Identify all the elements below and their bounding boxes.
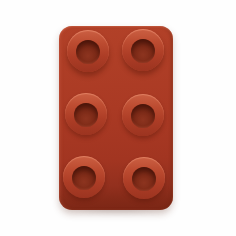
cavity-well <box>131 39 155 63</box>
cavity-well <box>76 40 100 64</box>
mold-cavity-row3-right <box>123 157 165 199</box>
cavity-well <box>132 167 156 191</box>
mold-cavity-row1-left <box>67 30 109 72</box>
cavity-well <box>74 103 98 127</box>
cavity-well <box>72 166 96 190</box>
mold-cavity-row2-right <box>122 94 164 136</box>
mold-cavity-row3-left <box>63 156 105 198</box>
cavity-well <box>131 104 155 128</box>
mold-cavity-row1-right <box>122 29 164 71</box>
silicone-mold-tray <box>59 26 173 210</box>
mold-cavity-row2-left <box>65 93 107 135</box>
product-photo <box>0 0 236 236</box>
